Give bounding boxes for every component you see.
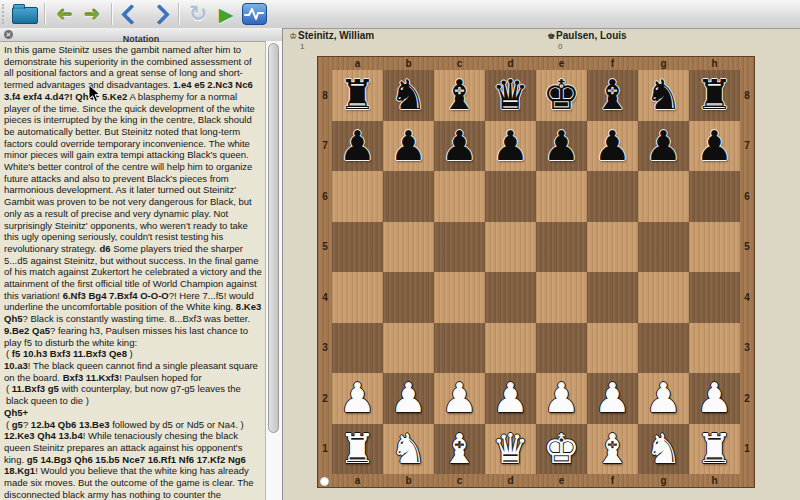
square-c5[interactable] [434,222,485,273]
square-d1[interactable]: ♛ [485,424,536,475]
chess-board: abcdefgh8♜♞♝♛♚♝♞♜87♟♟♟♟♟♟♟♟7665544332♟♟♟… [318,57,754,487]
square-f3[interactable] [587,323,638,374]
square-a3[interactable] [332,323,383,374]
square-e1[interactable]: ♚ [536,424,587,475]
square-d4[interactable] [485,272,536,323]
white-bishop: ♝ [594,424,631,474]
black-bishop: ♝ [441,70,478,120]
rank-label: 7 [740,121,754,172]
rank-label: 3 [740,323,754,374]
square-e4[interactable] [536,272,587,323]
green-right-arrow-icon: ➜ [84,1,101,27]
black-king: ♚ [543,70,580,120]
notation-panel: ✕ Notation In this game Steinitz uses th… [0,28,283,500]
file-label: g [638,474,689,487]
file-label: e [536,474,587,487]
black-king-icon: ♚ [547,31,555,41]
square-g4[interactable] [638,272,689,323]
board-border-corner [740,57,754,70]
file-label: e [536,57,587,70]
square-h8[interactable]: ♜ [689,70,740,121]
square-b8[interactable]: ♞ [383,70,434,121]
file-label: c [434,474,485,487]
board-border-corner [740,474,754,487]
square-e3[interactable] [536,323,587,374]
black-knight: ♞ [645,70,682,120]
square-h4[interactable] [689,272,740,323]
square-c1[interactable]: ♝ [434,424,485,475]
rank-label: 5 [740,222,754,273]
square-f1[interactable]: ♝ [587,424,638,475]
square-g8[interactable]: ♞ [638,70,689,121]
notation-paragraph: Qh5+ [4,407,263,419]
back-icon[interactable]: ➜ [50,1,78,27]
black-pawn: ♟ [390,121,427,171]
square-b5[interactable] [383,222,434,273]
square-c2[interactable]: ♟ [434,373,485,424]
waveform-icon [242,3,267,25]
square-c7[interactable]: ♟ [434,121,485,172]
file-label: a [332,57,383,70]
rank-label: 2 [740,373,754,424]
reload-icon[interactable]: ↻ [184,1,212,27]
rank-label: 2 [318,373,332,424]
toolbar-drag-handle[interactable] [2,4,7,24]
notation-scrollbar[interactable] [265,41,282,500]
square-h3[interactable] [689,323,740,374]
square-c4[interactable] [434,272,485,323]
engine-analysis-icon[interactable] [240,1,268,27]
rank-label: 6 [740,171,754,222]
file-label: d [485,474,536,487]
square-b7[interactable]: ♟ [383,121,434,172]
square-a6[interactable] [332,171,383,222]
white-player: ♔Steinitz, William 1 [284,30,542,54]
notation-paragraph: 12.Ke3 Qh4 13.b4! While tenaciously ches… [4,430,263,500]
white-king: ♚ [543,424,580,474]
white-knight: ♞ [390,424,427,474]
notation-text[interactable]: In this game Steinitz uses the gambit na… [0,42,265,500]
white-knight: ♞ [645,424,682,474]
rank-label: 4 [740,272,754,323]
square-h5[interactable] [689,222,740,273]
file-label: d [485,57,536,70]
white-rook: ♜ [339,424,376,474]
square-f2[interactable]: ♟ [587,373,638,424]
square-g2[interactable]: ♟ [638,373,689,424]
square-a5[interactable] [332,222,383,273]
close-icon[interactable]: ✕ [4,30,13,39]
white-pawn: ♟ [390,373,427,423]
square-c3[interactable] [434,323,485,374]
square-a8[interactable]: ♜ [332,70,383,121]
white-queen: ♛ [492,424,529,474]
black-player-name: ♚Paulsen, Louis [547,30,800,41]
square-d7[interactable]: ♟ [485,121,536,172]
square-g1[interactable]: ♞ [638,424,689,475]
square-f6[interactable] [587,171,638,222]
notation-paragraph: In this game Steinitz uses the gambit na… [4,44,263,348]
rank-label: 4 [318,272,332,323]
variation-line: ( f5 10.h3 Bxf3 11.Bxf3 Qe8 ) [4,348,263,360]
black-pawn: ♟ [441,121,478,171]
rank-label: 6 [318,171,332,222]
black-pawn: ♟ [696,121,733,171]
chess-app-window: ➜ ➜ ↻ ▶ ✕ Notation In this game Steinitz… [0,0,800,500]
square-b4[interactable] [383,272,434,323]
white-pawn: ♟ [339,373,376,423]
rank-label: 8 [740,70,754,121]
white-pawn: ♟ [441,373,478,423]
square-e2[interactable]: ♟ [536,373,587,424]
white-bishop: ♝ [441,424,478,474]
square-e7[interactable]: ♟ [536,121,587,172]
file-label: g [638,57,689,70]
green-left-arrow-icon: ➜ [56,1,73,27]
rank-label: 3 [318,323,332,374]
black-player: ♚Paulsen, Louis 0 [542,30,800,54]
file-label: b [383,57,434,70]
square-d3[interactable] [485,323,536,374]
black-pawn: ♟ [339,121,376,171]
side-to-move-indicator [320,477,329,486]
square-d8[interactable]: ♛ [485,70,536,121]
square-h6[interactable] [689,171,740,222]
square-e5[interactable] [536,222,587,273]
rank-label: 5 [318,222,332,273]
white-pawn: ♟ [696,373,733,423]
previous-move-icon[interactable] [117,1,145,27]
square-c8[interactable]: ♝ [434,70,485,121]
square-d6[interactable] [485,171,536,222]
toolbar-separator [44,3,45,25]
white-pawn: ♟ [645,373,682,423]
square-b1[interactable]: ♞ [383,424,434,475]
square-d2[interactable]: ♟ [485,373,536,424]
toolbar-separator [178,3,179,25]
notation-paragraph: 10.a3! The black queen cannot find a sin… [4,360,263,383]
black-pawn: ♟ [543,121,580,171]
forward-icon[interactable]: ➜ [78,1,106,27]
square-a7[interactable]: ♟ [332,121,383,172]
file-label: c [434,57,485,70]
square-h2[interactable]: ♟ [689,373,740,424]
variation-line: ( g5? 12.b4 Qb6 13.Be3 followed by d5 or… [4,419,263,431]
square-f4[interactable] [587,272,638,323]
black-queen: ♛ [492,70,529,120]
square-f8[interactable]: ♝ [587,70,638,121]
scrollbar-thumb[interactable] [268,43,279,433]
chevron-right-icon [148,3,169,24]
square-b3[interactable] [383,323,434,374]
black-pawn: ♟ [594,121,631,171]
square-e6[interactable] [536,171,587,222]
file-label: b [383,474,434,487]
square-g7[interactable]: ♟ [638,121,689,172]
white-player-score: 1 [300,42,542,51]
rank-label: 8 [318,70,332,121]
players-row: ♔Steinitz, William 1 ♚Paulsen, Louis 0 [284,30,800,54]
square-f5[interactable] [587,222,638,273]
white-player-name: ♔Steinitz, William [289,30,542,41]
white-pawn: ♟ [543,373,580,423]
white-king-icon: ♔ [289,31,297,41]
black-rook: ♜ [339,70,376,120]
black-knight: ♞ [390,70,427,120]
circular-arrows-icon: ↻ [189,1,207,27]
black-pawn: ♟ [492,121,529,171]
square-a1[interactable]: ♜ [332,424,383,475]
notation-panel-header: ✕ Notation [0,28,282,42]
square-g3[interactable] [638,323,689,374]
square-c6[interactable] [434,171,485,222]
square-g6[interactable] [638,171,689,222]
square-b6[interactable] [383,171,434,222]
folder-icon [12,7,38,24]
white-pawn: ♟ [492,373,529,423]
square-d5[interactable] [485,222,536,273]
file-label: h [689,474,740,487]
file-label: h [689,57,740,70]
white-pawn: ♟ [594,373,631,423]
white-rook: ♜ [696,424,733,474]
chevron-left-icon [120,3,141,24]
play-icon: ▶ [219,1,234,27]
black-bishop: ♝ [594,70,631,120]
square-h1[interactable]: ♜ [689,424,740,475]
open-game-icon[interactable] [11,1,39,27]
file-label: f [587,57,638,70]
next-move-icon[interactable] [145,1,173,27]
file-label: a [332,474,383,487]
toolbar: ➜ ➜ ↻ ▶ [0,0,800,29]
black-player-score: 0 [558,42,800,51]
rank-label: 7 [318,121,332,172]
autoplay-icon[interactable]: ▶ [212,1,240,27]
toolbar-separator [111,3,112,25]
square-a4[interactable] [332,272,383,323]
square-h7[interactable]: ♟ [689,121,740,172]
square-e8[interactable]: ♚ [536,70,587,121]
square-g5[interactable] [638,222,689,273]
board-border-corner [318,57,332,70]
variation-line: ( 11.Bxf3 g5 with counterplay, but now g… [4,383,263,406]
square-b2[interactable]: ♟ [383,373,434,424]
rank-label: 1 [318,424,332,475]
rank-label: 1 [740,424,754,475]
square-a2[interactable]: ♟ [332,373,383,424]
black-rook: ♜ [696,70,733,120]
black-pawn: ♟ [645,121,682,171]
square-f7[interactable]: ♟ [587,121,638,172]
file-label: f [587,474,638,487]
